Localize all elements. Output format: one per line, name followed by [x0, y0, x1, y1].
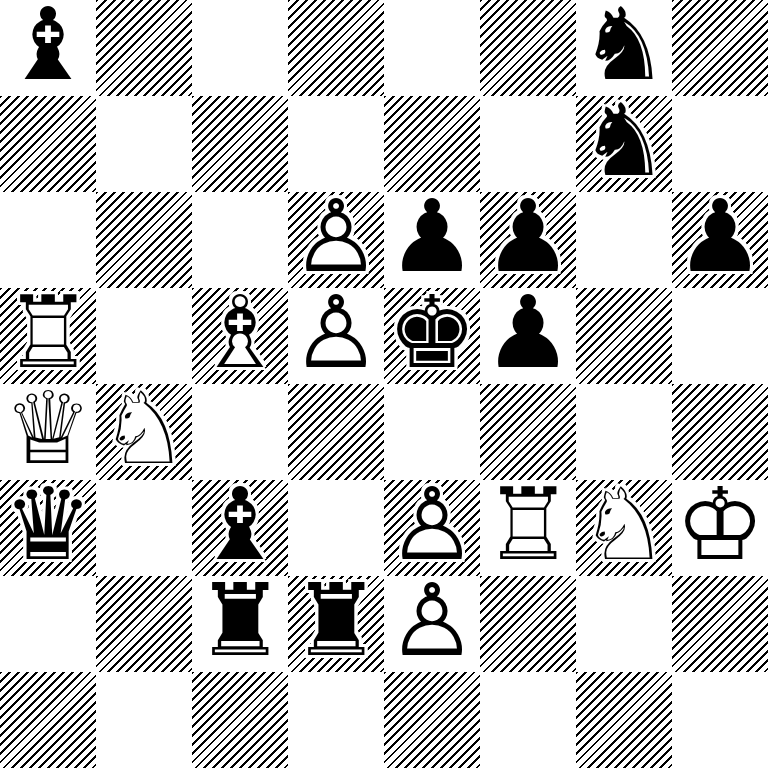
square-c5[interactable]: ♝♗: [192, 288, 288, 384]
square-b8[interactable]: [96, 0, 192, 96]
square-a7[interactable]: [0, 96, 96, 192]
square-e5[interactable]: ♚♚: [384, 288, 480, 384]
square-c1[interactable]: [192, 672, 288, 768]
piece-white-knight[interactable]: ♞♘: [576, 480, 672, 576]
piece-black-rook[interactable]: ♜♜: [288, 576, 384, 672]
square-h2[interactable]: [672, 576, 768, 672]
square-d4[interactable]: [288, 384, 384, 480]
white-king-glyph: ♔: [672, 477, 768, 573]
white-knight-glyph: ♘: [576, 477, 672, 573]
square-h1[interactable]: [672, 672, 768, 768]
piece-black-bishop[interactable]: ♝♝: [0, 0, 96, 96]
piece-white-pawn[interactable]: ♟♙: [288, 288, 384, 384]
black-king-glyph: ♚: [384, 285, 480, 381]
piece-white-pawn[interactable]: ♟♙: [384, 576, 480, 672]
square-d8[interactable]: [288, 0, 384, 96]
white-knight-glyph: ♘: [96, 381, 192, 477]
black-rook-glyph: ♜: [288, 573, 384, 669]
square-a1[interactable]: [0, 672, 96, 768]
black-rook-glyph: ♜: [192, 573, 288, 669]
piece-black-queen[interactable]: ♛♛: [0, 480, 96, 576]
piece-black-knight[interactable]: ♞♞: [576, 96, 672, 192]
square-b3[interactable]: [96, 480, 192, 576]
square-e2[interactable]: ♟♙: [384, 576, 480, 672]
black-pawn-glyph: ♟: [672, 189, 768, 285]
white-rook-glyph: ♖: [0, 285, 96, 381]
square-g7[interactable]: ♞♞: [576, 96, 672, 192]
square-h6[interactable]: ♟♟: [672, 192, 768, 288]
black-bishop-glyph: ♝: [192, 477, 288, 573]
piece-black-king[interactable]: ♚♚: [384, 288, 480, 384]
square-c8[interactable]: [192, 0, 288, 96]
white-pawn-glyph: ♙: [384, 573, 480, 669]
piece-white-bishop[interactable]: ♝♗: [192, 288, 288, 384]
square-b6[interactable]: [96, 192, 192, 288]
square-e8[interactable]: [384, 0, 480, 96]
square-f3[interactable]: ♜♖: [480, 480, 576, 576]
square-g2[interactable]: [576, 576, 672, 672]
square-d1[interactable]: [288, 672, 384, 768]
white-pawn-glyph: ♙: [288, 189, 384, 285]
square-g3[interactable]: ♞♘: [576, 480, 672, 576]
square-d5[interactable]: ♟♙: [288, 288, 384, 384]
square-f1[interactable]: [480, 672, 576, 768]
square-h8[interactable]: [672, 0, 768, 96]
black-knight-glyph: ♞: [576, 0, 672, 93]
square-g5[interactable]: [576, 288, 672, 384]
piece-black-rook[interactable]: ♜♜: [192, 576, 288, 672]
black-pawn-glyph: ♟: [480, 189, 576, 285]
piece-white-king[interactable]: ♚♔: [672, 480, 768, 576]
piece-white-knight[interactable]: ♞♘: [96, 384, 192, 480]
square-c2[interactable]: ♜♜: [192, 576, 288, 672]
white-pawn-glyph: ♙: [384, 477, 480, 573]
square-f8[interactable]: [480, 0, 576, 96]
square-b4[interactable]: ♞♘: [96, 384, 192, 480]
square-f2[interactable]: [480, 576, 576, 672]
square-d2[interactable]: ♜♜: [288, 576, 384, 672]
square-a8[interactable]: ♝♝: [0, 0, 96, 96]
square-h5[interactable]: [672, 288, 768, 384]
chess-board: ♝♝♞♞♞♞♟♙♟♟♟♟♟♟♜♖♝♗♟♙♚♚♟♟♛♕♞♘♛♛♝♝♟♙♜♖♞♘♚♔…: [0, 0, 768, 768]
square-h3[interactable]: ♚♔: [672, 480, 768, 576]
square-g1[interactable]: [576, 672, 672, 768]
black-knight-glyph: ♞: [576, 93, 672, 189]
white-rook-glyph: ♖: [480, 477, 576, 573]
black-pawn-glyph: ♟: [480, 285, 576, 381]
piece-black-pawn[interactable]: ♟♟: [672, 192, 768, 288]
black-queen-glyph: ♛: [0, 477, 96, 573]
square-f5[interactable]: ♟♟: [480, 288, 576, 384]
square-b2[interactable]: [96, 576, 192, 672]
white-pawn-glyph: ♙: [288, 285, 384, 381]
white-queen-glyph: ♕: [0, 381, 96, 477]
square-c7[interactable]: [192, 96, 288, 192]
square-a3[interactable]: ♛♛: [0, 480, 96, 576]
square-b1[interactable]: [96, 672, 192, 768]
square-a2[interactable]: [0, 576, 96, 672]
black-pawn-glyph: ♟: [384, 189, 480, 285]
white-bishop-glyph: ♗: [192, 285, 288, 381]
piece-white-rook[interactable]: ♜♖: [480, 480, 576, 576]
piece-black-pawn[interactable]: ♟♟: [480, 288, 576, 384]
square-g6[interactable]: [576, 192, 672, 288]
black-bishop-glyph: ♝: [0, 0, 96, 93]
square-b7[interactable]: [96, 96, 192, 192]
square-e1[interactable]: [384, 672, 480, 768]
